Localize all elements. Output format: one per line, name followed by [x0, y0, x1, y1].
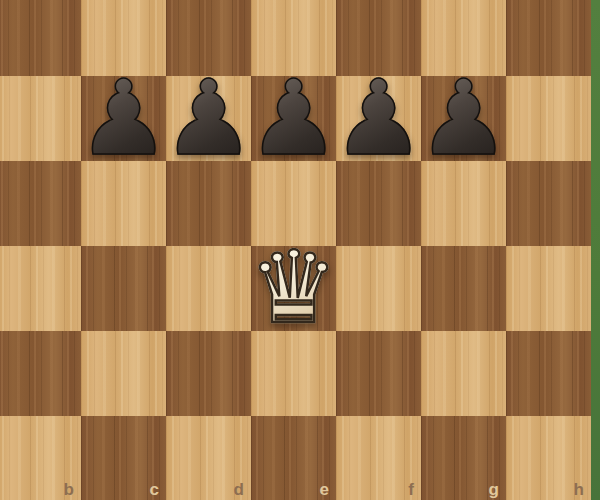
square-h3[interactable]	[506, 246, 591, 331]
square-b2[interactable]	[0, 331, 81, 416]
coord-label-d: d	[234, 481, 244, 498]
square-h6[interactable]	[506, 0, 591, 76]
square-g2[interactable]	[421, 331, 506, 416]
black-pawn-icon[interactable]: ♟	[421, 76, 506, 161]
square-e5[interactable]: ♟	[251, 76, 336, 161]
square-e2[interactable]	[251, 331, 336, 416]
chess-board: ♟♟♟♟♟♛bcdefgh	[0, 0, 591, 500]
square-b4[interactable]	[0, 161, 81, 246]
square-b5[interactable]	[0, 76, 81, 161]
black-pawn-icon[interactable]: ♟	[166, 76, 251, 161]
square-g4[interactable]	[421, 161, 506, 246]
square-d2[interactable]	[166, 331, 251, 416]
square-c2[interactable]	[81, 331, 166, 416]
coord-label-c: c	[150, 481, 159, 498]
square-f1[interactable]: f	[336, 416, 421, 500]
square-h5[interactable]	[506, 76, 591, 161]
square-f4[interactable]	[336, 161, 421, 246]
square-e1[interactable]: e	[251, 416, 336, 500]
coord-label-f: f	[408, 481, 414, 498]
square-b3[interactable]	[0, 246, 81, 331]
black-pawn-icon[interactable]: ♟	[336, 76, 421, 161]
square-c1[interactable]: c	[81, 416, 166, 500]
coord-label-h: h	[574, 481, 584, 498]
square-h4[interactable]	[506, 161, 591, 246]
coord-label-b: b	[64, 481, 74, 498]
square-h1[interactable]: h	[506, 416, 591, 500]
square-g3[interactable]	[421, 246, 506, 331]
square-b1[interactable]: b	[0, 416, 81, 500]
black-pawn-icon[interactable]: ♟	[251, 76, 336, 161]
square-f2[interactable]	[336, 331, 421, 416]
square-h2[interactable]	[506, 331, 591, 416]
square-d3[interactable]	[166, 246, 251, 331]
square-c3[interactable]	[81, 246, 166, 331]
coord-label-g: g	[489, 481, 499, 498]
board-viewport: ♟♟♟♟♟♛bcdefgh	[0, 0, 600, 500]
square-d1[interactable]: d	[166, 416, 251, 500]
black-pawn-icon[interactable]: ♟	[81, 76, 166, 161]
square-e3[interactable]: ♛	[251, 246, 336, 331]
white-queen-icon[interactable]: ♛	[251, 246, 336, 331]
square-d4[interactable]	[166, 161, 251, 246]
square-c4[interactable]	[81, 161, 166, 246]
square-f5[interactable]: ♟	[336, 76, 421, 161]
square-d5[interactable]: ♟	[166, 76, 251, 161]
square-g1[interactable]: g	[421, 416, 506, 500]
square-g5[interactable]: ♟	[421, 76, 506, 161]
coord-label-e: e	[320, 481, 329, 498]
square-b6[interactable]	[0, 0, 81, 76]
square-c5[interactable]: ♟	[81, 76, 166, 161]
square-f3[interactable]	[336, 246, 421, 331]
